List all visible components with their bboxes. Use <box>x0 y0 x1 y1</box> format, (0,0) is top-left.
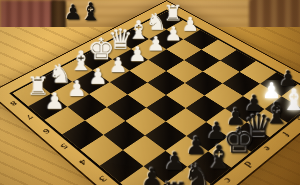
board-grid: ♜♞♝♚♛♝♞♜♟♟♟♟♟♟♟♟♟♟♟♟♟♟♟♟♜♞♝♚♛♝♝♜ <box>13 11 300 185</box>
piece-white-pawn-a7[interactable]: ♟ <box>16 90 94 112</box>
chess-board: ♜♞♝♚♛♝♞♜♟♟♟♟♟♟♟♟♟♟♟♟♟♟♟♟♜♞♝♚♛♝♝♜ 8a7b6c5… <box>0 1 300 185</box>
square-a1[interactable]: ♜ <box>142 183 188 185</box>
board-3d-scene: ♜♞♝♚♛♝♞♜♟♟♟♟♟♟♟♟♟♟♟♟♟♟♟♟♜♞♝♚♛♝♝♜ 8a7b6c5… <box>0 0 300 185</box>
piece-black-rook-a1[interactable]: ♜ <box>129 179 221 185</box>
chess-scene: ♟♝ ♜♞♝♚♛♝♞♜♟♟♟♟♟♟♟♟♟♟♟♟♟♟♟♟♜♞♝♚♛♝♝♜ 8a7b… <box>0 0 300 185</box>
